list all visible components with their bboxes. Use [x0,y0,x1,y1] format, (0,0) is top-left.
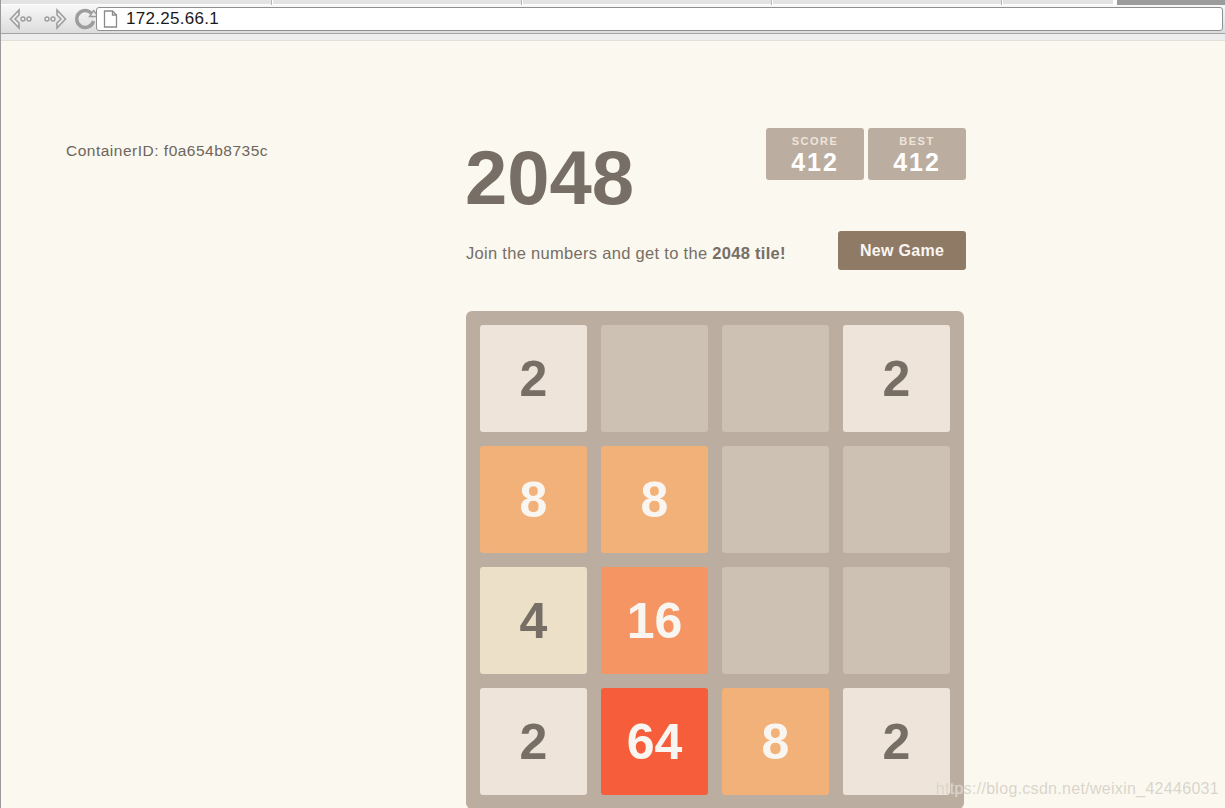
tile-8: 8 [601,446,708,553]
toolbar-lower-strip [1,34,1225,41]
forward-icon [40,7,68,31]
score-box: SCORE 412 [766,128,864,180]
tile-2: 2 [843,325,950,432]
game-title: 2048 [465,140,634,216]
best-value: 412 [893,148,941,176]
new-game-button[interactable]: New Game [838,231,966,270]
container-id-label: ContainerID: f0a654b8735c [66,142,268,160]
page-icon [103,10,118,28]
back-icon [8,7,36,31]
game-subtitle: Join the numbers and get to the 2048 til… [466,243,786,263]
tile-2: 2 [843,688,950,795]
tile-4: 4 [480,567,587,674]
browser-window: 172.25.66.1 ContainerID: f0a654b8735c 20… [0,0,1225,808]
score-label: SCORE [792,134,839,148]
empty-cell [722,325,829,432]
back-button[interactable] [7,6,37,32]
best-box: BEST 412 [868,128,966,180]
tile-64: 64 [601,688,708,795]
empty-cell [722,567,829,674]
forward-button[interactable] [39,6,69,32]
url-bar[interactable]: 172.25.66.1 [96,7,1223,31]
scores-container: SCORE 412 BEST 412 [766,128,966,180]
tile-8: 8 [480,446,587,553]
empty-cell [601,325,708,432]
subtitle-goal-text: 2048 tile! [712,244,786,262]
tile-2: 2 [480,325,587,432]
page-content: ContainerID: f0a654b8735c 2048 SCORE 412… [1,41,1225,808]
subtitle-text: Join the numbers and get to the [466,244,712,262]
best-label: BEST [899,134,934,148]
watermark-text: https://blog.csdn.net/weixin_42446031 [936,780,1219,798]
score-value: 412 [791,148,839,176]
url-text: 172.25.66.1 [126,9,219,29]
empty-cell [843,567,950,674]
empty-cell [843,446,950,553]
board: 228841626482 [466,311,964,808]
tile-16: 16 [601,567,708,674]
empty-cell [722,446,829,553]
tile-8: 8 [722,688,829,795]
tile-2: 2 [480,688,587,795]
browser-toolbar: 172.25.66.1 [1,5,1225,34]
